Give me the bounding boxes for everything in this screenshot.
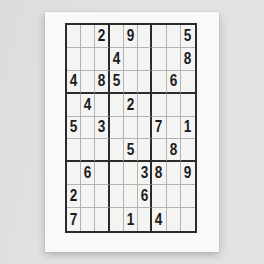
cell-r7c2: 6 bbox=[81, 162, 95, 185]
cell-r1c1 bbox=[67, 25, 81, 48]
given-digit: 2 bbox=[98, 28, 106, 44]
cell-r6c1 bbox=[67, 139, 81, 162]
cell-r9c1: 7 bbox=[67, 208, 81, 231]
cell-r1c7 bbox=[152, 25, 166, 48]
given-digit: 6 bbox=[140, 188, 148, 204]
cell-r9c6 bbox=[138, 208, 152, 231]
cell-r4c9 bbox=[181, 94, 195, 117]
given-digit: 3 bbox=[98, 119, 106, 135]
given-digit: 6 bbox=[169, 73, 177, 89]
given-digit: 7 bbox=[70, 212, 78, 228]
given-digit: 4 bbox=[84, 97, 92, 113]
given-digit: 4 bbox=[155, 212, 163, 228]
given-digit: 5 bbox=[70, 119, 78, 135]
cell-r6c8: 8 bbox=[167, 139, 181, 162]
cell-r8c8 bbox=[167, 185, 181, 208]
cell-r8c3 bbox=[95, 185, 109, 208]
cell-r8c1: 2 bbox=[67, 185, 81, 208]
cell-r9c9 bbox=[181, 208, 195, 231]
given-digit: 8 bbox=[98, 73, 106, 89]
cell-r6c2 bbox=[81, 139, 95, 162]
cell-r5c6 bbox=[138, 117, 152, 140]
cell-r9c5: 1 bbox=[124, 208, 138, 231]
cell-r3c1: 4 bbox=[67, 71, 81, 94]
cell-r7c3 bbox=[95, 162, 109, 185]
cell-r2c4: 4 bbox=[110, 48, 124, 71]
cell-r5c5 bbox=[124, 117, 138, 140]
cell-r3c5 bbox=[124, 71, 138, 94]
cell-r4c6 bbox=[138, 94, 152, 117]
cell-r5c7: 7 bbox=[152, 117, 166, 140]
sudoku-poster: 29548485642537158638926714 bbox=[45, 12, 219, 252]
cell-r4c4 bbox=[110, 94, 124, 117]
cell-r2c6 bbox=[138, 48, 152, 71]
given-digit: 8 bbox=[169, 142, 177, 158]
given-digit: 1 bbox=[184, 119, 192, 135]
cell-r3c7 bbox=[152, 71, 166, 94]
given-digit: 3 bbox=[140, 165, 148, 181]
cell-r6c3 bbox=[95, 139, 109, 162]
cell-r1c5: 9 bbox=[124, 25, 138, 48]
cell-r3c8: 6 bbox=[167, 71, 181, 94]
given-digit: 8 bbox=[184, 51, 192, 67]
photo-backdrop: 29548485642537158638926714 bbox=[0, 0, 264, 264]
given-digit: 2 bbox=[127, 97, 135, 113]
cell-r9c2 bbox=[81, 208, 95, 231]
cell-r5c1: 5 bbox=[67, 117, 81, 140]
cell-r7c1 bbox=[67, 162, 81, 185]
cell-r8c4 bbox=[110, 185, 124, 208]
cell-r7c8 bbox=[167, 162, 181, 185]
sudoku-board: 29548485642537158638926714 bbox=[65, 23, 197, 233]
cell-r5c3: 3 bbox=[95, 117, 109, 140]
cell-r5c2 bbox=[81, 117, 95, 140]
cell-r9c8 bbox=[167, 208, 181, 231]
cell-r3c3: 8 bbox=[95, 71, 109, 94]
cell-r6c5: 5 bbox=[124, 139, 138, 162]
cell-r1c8 bbox=[167, 25, 181, 48]
cell-r8c6: 6 bbox=[138, 185, 152, 208]
cell-r5c9: 1 bbox=[181, 117, 195, 140]
cell-r7c7: 8 bbox=[152, 162, 166, 185]
cell-r4c3 bbox=[95, 94, 109, 117]
cell-r6c4 bbox=[110, 139, 124, 162]
cell-r8c7 bbox=[152, 185, 166, 208]
cell-r4c8 bbox=[167, 94, 181, 117]
cell-r2c5 bbox=[124, 48, 138, 71]
given-digit: 7 bbox=[155, 119, 163, 135]
given-digit: 6 bbox=[84, 165, 92, 181]
cell-r1c9: 5 bbox=[181, 25, 195, 48]
given-digit: 5 bbox=[112, 73, 120, 89]
cell-r9c3 bbox=[95, 208, 109, 231]
cell-r8c5 bbox=[124, 185, 138, 208]
given-digit: 4 bbox=[70, 73, 78, 89]
cell-r2c9: 8 bbox=[181, 48, 195, 71]
cell-r2c3 bbox=[95, 48, 109, 71]
given-digit: 1 bbox=[127, 212, 135, 228]
given-digit: 5 bbox=[184, 28, 192, 44]
cell-r4c1 bbox=[67, 94, 81, 117]
cell-r3c4: 5 bbox=[110, 71, 124, 94]
cell-r2c1 bbox=[67, 48, 81, 71]
cell-r1c6 bbox=[138, 25, 152, 48]
cell-r4c5: 2 bbox=[124, 94, 138, 117]
cell-r7c5 bbox=[124, 162, 138, 185]
cell-r9c7: 4 bbox=[152, 208, 166, 231]
cell-r4c7 bbox=[152, 94, 166, 117]
given-digit: 8 bbox=[155, 165, 163, 181]
cell-r8c9 bbox=[181, 185, 195, 208]
cell-r3c2 bbox=[81, 71, 95, 94]
cell-r5c8 bbox=[167, 117, 181, 140]
cell-r7c4 bbox=[110, 162, 124, 185]
cell-r2c2 bbox=[81, 48, 95, 71]
cell-r6c9 bbox=[181, 139, 195, 162]
given-digit: 9 bbox=[184, 165, 192, 181]
given-digit: 2 bbox=[70, 188, 78, 204]
given-digit: 4 bbox=[112, 51, 120, 67]
cell-r3c9 bbox=[181, 71, 195, 94]
cell-r1c2 bbox=[81, 25, 95, 48]
cell-r1c4 bbox=[110, 25, 124, 48]
cell-r2c8 bbox=[167, 48, 181, 71]
cell-r2c7 bbox=[152, 48, 166, 71]
cell-r9c4 bbox=[110, 208, 124, 231]
cell-r7c9: 9 bbox=[181, 162, 195, 185]
cell-r6c7 bbox=[152, 139, 166, 162]
cell-r7c6: 3 bbox=[138, 162, 152, 185]
given-digit: 9 bbox=[127, 28, 135, 44]
cell-r6c6 bbox=[138, 139, 152, 162]
cell-r8c2 bbox=[81, 185, 95, 208]
given-digit: 5 bbox=[127, 142, 135, 158]
cell-r4c2: 4 bbox=[81, 94, 95, 117]
cell-r5c4 bbox=[110, 117, 124, 140]
cell-r3c6 bbox=[138, 71, 152, 94]
cell-r1c3: 2 bbox=[95, 25, 109, 48]
